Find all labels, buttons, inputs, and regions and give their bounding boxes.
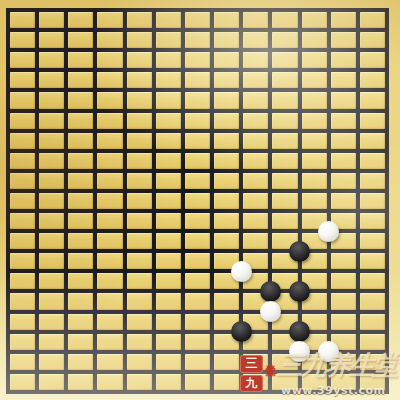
- board-cell: [272, 273, 297, 289]
- board-cell: [214, 193, 239, 209]
- board-cell: [97, 32, 122, 48]
- board-cell: [127, 233, 152, 249]
- board-cell: [39, 293, 64, 309]
- board-cell: [272, 253, 297, 269]
- board-cell: [243, 253, 268, 269]
- board-cell: [302, 193, 327, 209]
- board-cell: [68, 153, 93, 169]
- board-cell: [360, 193, 385, 209]
- board-cell: [39, 334, 64, 350]
- board-cell: [39, 153, 64, 169]
- board-cell: [127, 213, 152, 229]
- board-cell: [214, 253, 239, 269]
- board-cell: [127, 133, 152, 149]
- board-cell: [243, 314, 268, 330]
- board-cell: [360, 133, 385, 149]
- board-cell: [39, 12, 64, 28]
- board-cell: [214, 52, 239, 68]
- board-cell: [214, 213, 239, 229]
- board-cell: [97, 153, 122, 169]
- board-cell: [156, 273, 181, 289]
- board-cell: [243, 293, 268, 309]
- board-cell: [185, 153, 210, 169]
- board-cell: [243, 133, 268, 149]
- board-cell: [156, 253, 181, 269]
- board-cell: [156, 213, 181, 229]
- board-cell: [214, 153, 239, 169]
- board-cell: [302, 253, 327, 269]
- board-cell: [127, 52, 152, 68]
- board-cell: [302, 133, 327, 149]
- board-cell: [185, 72, 210, 88]
- board-cell: [127, 32, 152, 48]
- board-cell: [68, 354, 93, 370]
- board-cell: [156, 12, 181, 28]
- board-cell: [10, 213, 35, 229]
- board-cell: [360, 173, 385, 189]
- board-cell: [127, 293, 152, 309]
- board-cell: [360, 72, 385, 88]
- board-cell: [10, 293, 35, 309]
- board-cell: [127, 354, 152, 370]
- board-cell: [360, 153, 385, 169]
- board-cell: [214, 92, 239, 108]
- board-cell: [127, 253, 152, 269]
- board-cell: [156, 374, 181, 390]
- board-cell: [302, 213, 327, 229]
- board-cell: [185, 213, 210, 229]
- board-cell: [39, 72, 64, 88]
- board-cell: [331, 374, 356, 390]
- board-cell: [302, 92, 327, 108]
- board-cell: [185, 293, 210, 309]
- board-cell: [68, 12, 93, 28]
- board-cell: [68, 32, 93, 48]
- board-cell: [272, 374, 297, 390]
- board-cell: [10, 354, 35, 370]
- board-cell: [127, 314, 152, 330]
- board-cell: [185, 354, 210, 370]
- board-cell: [331, 12, 356, 28]
- board-cell: [302, 233, 327, 249]
- go-board-grid: [6, 8, 389, 394]
- board-cell: [243, 72, 268, 88]
- board-cell: [185, 52, 210, 68]
- board-cell: [156, 354, 181, 370]
- board-cell: [214, 12, 239, 28]
- board-cell: [243, 354, 268, 370]
- board-cell: [10, 153, 35, 169]
- board-cell: [127, 334, 152, 350]
- board-cell: [302, 12, 327, 28]
- board-cell: [185, 253, 210, 269]
- board-cell: [214, 173, 239, 189]
- board-cell: [68, 133, 93, 149]
- board-cell: [302, 52, 327, 68]
- board-cell: [10, 52, 35, 68]
- board-cell: [97, 374, 122, 390]
- board-cell: [360, 334, 385, 350]
- go-board-screenshot: 三 九 养生堂 三九养生堂 www.39yst.com: [0, 0, 400, 400]
- board-cell: [97, 253, 122, 269]
- board-cell: [360, 92, 385, 108]
- board-cell: [214, 314, 239, 330]
- board-cell: [39, 314, 64, 330]
- board-cell: [302, 113, 327, 129]
- board-cell: [243, 92, 268, 108]
- board-cell: [331, 334, 356, 350]
- board-cell: [331, 52, 356, 68]
- board-cell: [360, 354, 385, 370]
- board-margin: [0, 0, 400, 400]
- board-cell: [127, 273, 152, 289]
- board-cell: [39, 32, 64, 48]
- board-cell: [156, 153, 181, 169]
- board-cell: [156, 193, 181, 209]
- board-cell: [331, 253, 356, 269]
- board-cell: [10, 133, 35, 149]
- board-cell: [331, 32, 356, 48]
- board-cell: [360, 32, 385, 48]
- board-cell: [272, 173, 297, 189]
- board-cell: [68, 213, 93, 229]
- board-cell: [97, 213, 122, 229]
- board-cell: [39, 354, 64, 370]
- board-cell: [360, 113, 385, 129]
- board-cell: [331, 314, 356, 330]
- board-cell: [185, 314, 210, 330]
- board-cell: [272, 12, 297, 28]
- board-cell: [272, 113, 297, 129]
- board-cell: [156, 314, 181, 330]
- board-cell: [97, 314, 122, 330]
- board-cell: [10, 113, 35, 129]
- board-cell: [272, 213, 297, 229]
- board-cell: [39, 273, 64, 289]
- board-cell: [68, 52, 93, 68]
- board-cell: [243, 113, 268, 129]
- board-cell: [39, 374, 64, 390]
- board-cell: [272, 72, 297, 88]
- board-cell: [10, 12, 35, 28]
- board-cell: [185, 193, 210, 209]
- board-cell: [185, 133, 210, 149]
- board-cell: [302, 354, 327, 370]
- board-cell: [156, 113, 181, 129]
- board-cell: [214, 374, 239, 390]
- board-cell: [97, 133, 122, 149]
- board-cell: [272, 193, 297, 209]
- board-cell: [331, 273, 356, 289]
- board-cell: [39, 113, 64, 129]
- board-cell: [127, 153, 152, 169]
- board-cell: [331, 153, 356, 169]
- board-cell: [331, 193, 356, 209]
- board-cell: [360, 273, 385, 289]
- board-cell: [10, 32, 35, 48]
- board-cell: [10, 334, 35, 350]
- board-cell: [214, 273, 239, 289]
- board-cell: [214, 32, 239, 48]
- board-cell: [127, 193, 152, 209]
- board-cell: [185, 334, 210, 350]
- board-cell: [39, 253, 64, 269]
- board-cell: [272, 354, 297, 370]
- board-cell: [10, 193, 35, 209]
- board-cell: [272, 153, 297, 169]
- board-cell: [302, 374, 327, 390]
- board-cell: [156, 52, 181, 68]
- board-cell: [156, 233, 181, 249]
- board-cell: [68, 233, 93, 249]
- board-cell: [302, 293, 327, 309]
- board-cell: [97, 293, 122, 309]
- board-cell: [331, 173, 356, 189]
- board-cell: [331, 92, 356, 108]
- board-cell: [127, 374, 152, 390]
- board-cell: [97, 92, 122, 108]
- board-cell: [360, 52, 385, 68]
- board-cell: [214, 354, 239, 370]
- board-cell: [272, 52, 297, 68]
- board-cell: [97, 354, 122, 370]
- board-cell: [331, 293, 356, 309]
- board-cell: [39, 213, 64, 229]
- board-cell: [185, 32, 210, 48]
- board-cell: [68, 293, 93, 309]
- board-cell: [214, 72, 239, 88]
- board-cell: [156, 293, 181, 309]
- board-cell: [68, 273, 93, 289]
- board-cell: [10, 173, 35, 189]
- board-cell: [127, 72, 152, 88]
- board-cell: [331, 233, 356, 249]
- board-cell: [360, 293, 385, 309]
- board-cell: [360, 374, 385, 390]
- board-cell: [68, 374, 93, 390]
- board-cell: [156, 32, 181, 48]
- board-cell: [302, 314, 327, 330]
- board-cell: [185, 113, 210, 129]
- board-cell: [127, 173, 152, 189]
- board-cell: [127, 12, 152, 28]
- board-cell: [302, 32, 327, 48]
- board-cell: [243, 173, 268, 189]
- board-cell: [185, 374, 210, 390]
- board-cell: [156, 92, 181, 108]
- board-cell: [243, 273, 268, 289]
- board-cell: [39, 233, 64, 249]
- board-cell: [68, 113, 93, 129]
- board-cell: [214, 133, 239, 149]
- board-cell: [10, 314, 35, 330]
- board-cell: [272, 334, 297, 350]
- board-cell: [243, 374, 268, 390]
- board-cell: [156, 173, 181, 189]
- board-cell: [39, 92, 64, 108]
- board-cell: [97, 193, 122, 209]
- board-cell: [331, 354, 356, 370]
- board-cell: [97, 12, 122, 28]
- board-cell: [10, 253, 35, 269]
- board-cell: [243, 193, 268, 209]
- board-cell: [127, 113, 152, 129]
- board-cell: [243, 32, 268, 48]
- board-cell: [331, 113, 356, 129]
- board-cell: [302, 72, 327, 88]
- board-cell: [272, 32, 297, 48]
- board-cell: [243, 233, 268, 249]
- board-cell: [10, 374, 35, 390]
- board-cell: [39, 133, 64, 149]
- board-cell: [360, 213, 385, 229]
- board-cell: [214, 293, 239, 309]
- board-cell: [97, 52, 122, 68]
- board-cell: [214, 233, 239, 249]
- board-cell: [272, 293, 297, 309]
- board-cell: [360, 233, 385, 249]
- board-cell: [185, 273, 210, 289]
- board-cell: [68, 253, 93, 269]
- board-cell: [272, 92, 297, 108]
- board-cell: [302, 334, 327, 350]
- board-cell: [185, 12, 210, 28]
- board-cell: [10, 273, 35, 289]
- board-cell: [97, 113, 122, 129]
- board-cell: [214, 113, 239, 129]
- board-cell: [127, 92, 152, 108]
- board-cell: [97, 72, 122, 88]
- board-cell: [272, 314, 297, 330]
- board-cell: [97, 233, 122, 249]
- board-cell: [68, 314, 93, 330]
- board-cell: [302, 173, 327, 189]
- board-cell: [272, 133, 297, 149]
- board-cell: [360, 253, 385, 269]
- board-cell: [272, 233, 297, 249]
- board-cell: [331, 72, 356, 88]
- board-cell: [243, 213, 268, 229]
- board-cell: [243, 52, 268, 68]
- board-cell: [360, 12, 385, 28]
- board-cell: [331, 213, 356, 229]
- board-cell: [331, 133, 356, 149]
- board-cell: [68, 193, 93, 209]
- board-cell: [10, 72, 35, 88]
- board-cell: [10, 92, 35, 108]
- board-cell: [10, 233, 35, 249]
- board-cell: [97, 173, 122, 189]
- board-cell: [68, 72, 93, 88]
- board-cell: [97, 334, 122, 350]
- board-cell: [302, 153, 327, 169]
- board-cell: [360, 314, 385, 330]
- board-cell: [68, 92, 93, 108]
- board-cell: [185, 173, 210, 189]
- board-cell: [243, 12, 268, 28]
- board-cell: [156, 133, 181, 149]
- board-cell: [68, 173, 93, 189]
- board-cell: [39, 173, 64, 189]
- board-cell: [97, 273, 122, 289]
- board-cell: [156, 334, 181, 350]
- board-cell: [185, 233, 210, 249]
- board-cell: [302, 273, 327, 289]
- board-cell: [39, 52, 64, 68]
- board-cell: [68, 334, 93, 350]
- board-cell: [39, 193, 64, 209]
- board-cell: [214, 334, 239, 350]
- board-cell: [185, 92, 210, 108]
- board-cell: [243, 153, 268, 169]
- board-cell: [243, 334, 268, 350]
- board-cell: [156, 72, 181, 88]
